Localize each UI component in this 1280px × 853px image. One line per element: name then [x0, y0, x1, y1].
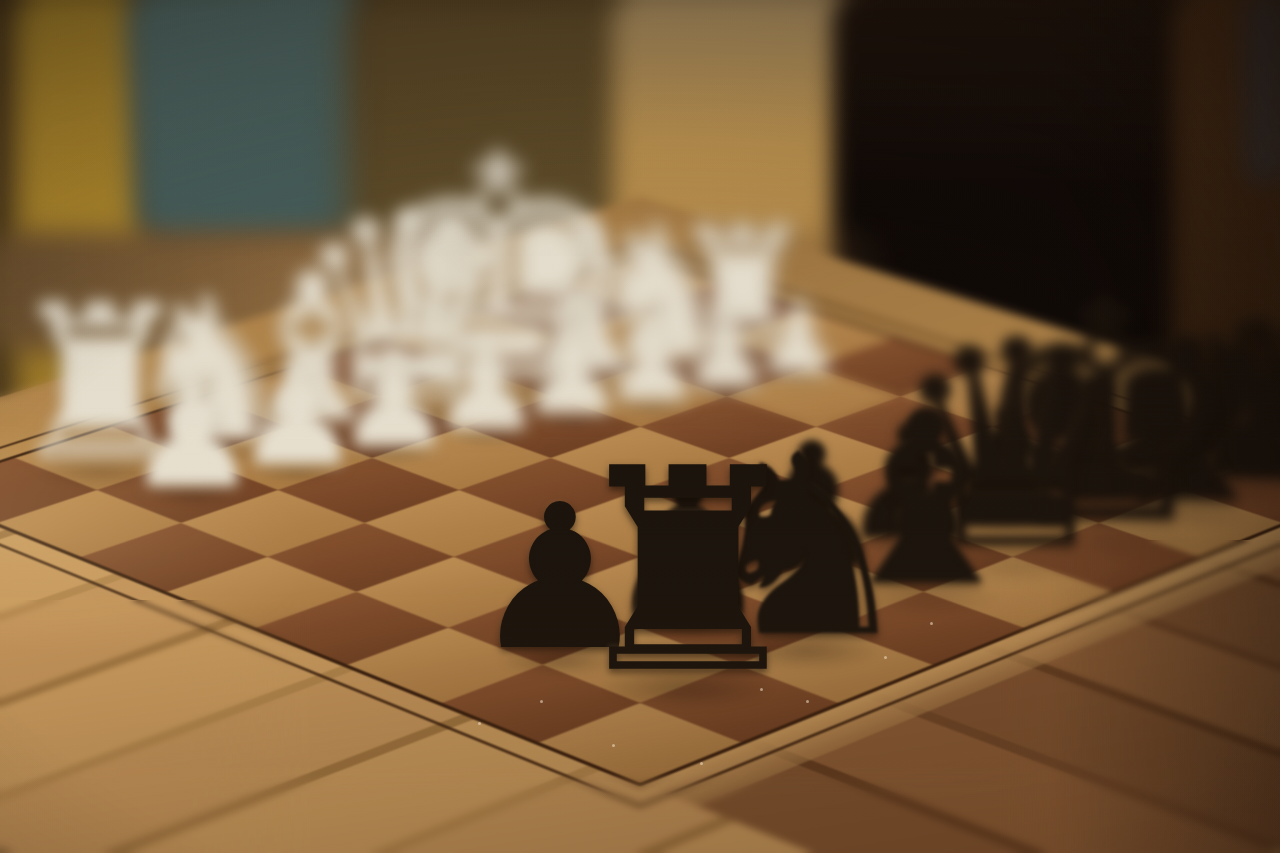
dust-speck: [700, 762, 703, 765]
dust-speck: [612, 744, 615, 747]
dust-speck: [540, 700, 543, 703]
dust-speck: [884, 656, 887, 659]
chessboard-photo-scene: ♜♞♝♛♚♝♞♜♟♟♟♟♟♟♟♟♜♞♝♛♚♝♞♜♟♟♟♟♟♟♟♟: [0, 0, 1280, 853]
pieces-layer: ♜♞♝♛♚♝♞♜♟♟♟♟♟♟♟♟♜♞♝♛♚♝♞♜♟♟♟♟♟♟♟♟: [0, 0, 1280, 853]
dust-speck: [478, 722, 481, 725]
dust-speck: [806, 700, 809, 703]
dust-speck: [930, 622, 933, 625]
piece-white-pawn-a2[interactable]: ♟: [125, 359, 259, 509]
piece-black-rook-a8[interactable]: ♜: [562, 432, 813, 712]
dust-speck: [760, 688, 763, 691]
